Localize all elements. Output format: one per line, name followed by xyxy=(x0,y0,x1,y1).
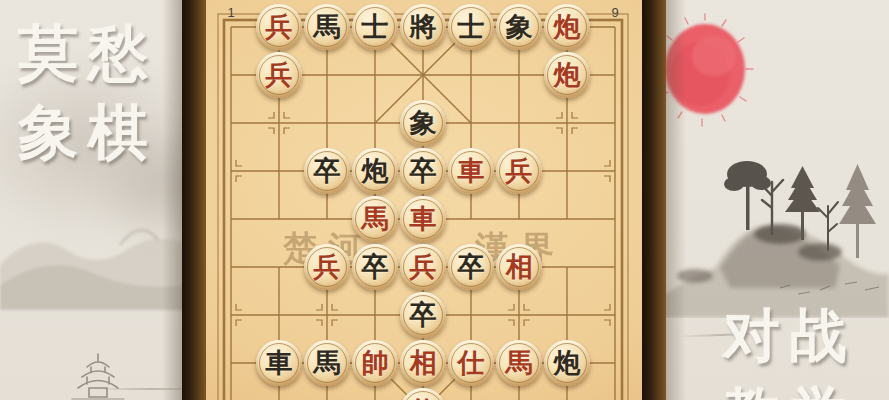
caption-line2: 教学 xyxy=(723,374,857,400)
piece-glyph: 兵 xyxy=(266,61,293,88)
piece-red-advisor[interactable]: 仕 xyxy=(448,340,494,386)
piece-red-chariot[interactable]: 車 xyxy=(400,196,446,242)
piece-glyph: 相 xyxy=(410,349,437,376)
piece-glyph: 炮 xyxy=(554,349,581,376)
piece-glyph: 仕 xyxy=(410,397,437,400)
piece-black-soldier[interactable]: 卒 xyxy=(448,244,494,290)
app-title-line1: 莫愁 xyxy=(18,14,158,93)
piece-glyph: 卒 xyxy=(410,157,437,184)
piece-black-soldier[interactable]: 卒 xyxy=(304,148,350,194)
piece-red-horse[interactable]: 馬 xyxy=(496,340,542,386)
piece-black-soldier[interactable]: 卒 xyxy=(400,148,446,194)
piece-black-horse[interactable]: 馬 xyxy=(304,340,350,386)
piece-black-horse[interactable]: 馬 xyxy=(304,4,350,50)
piece-glyph: 馬 xyxy=(314,13,341,40)
app-title: 莫愁 象棋 xyxy=(18,14,158,172)
piece-red-advisor[interactable]: 仕 xyxy=(400,388,446,400)
piece-glyph: 卒 xyxy=(410,301,437,328)
piece-glyph: 卒 xyxy=(362,253,389,280)
piece-red-general[interactable]: 帥 xyxy=(352,340,398,386)
piece-glyph: 馬 xyxy=(314,349,341,376)
piece-black-advisor[interactable]: 士 xyxy=(448,4,494,50)
piece-glyph: 炮 xyxy=(554,61,581,88)
piece-glyph: 車 xyxy=(458,157,485,184)
piece-black-elephant[interactable]: 象 xyxy=(400,100,446,146)
piece-glyph: 兵 xyxy=(266,13,293,40)
piece-red-soldier[interactable]: 兵 xyxy=(256,52,302,98)
piece-red-cannon[interactable]: 炮 xyxy=(544,52,590,98)
piece-red-elephant[interactable]: 相 xyxy=(400,340,446,386)
piece-glyph: 卒 xyxy=(314,157,341,184)
piece-glyph: 炮 xyxy=(362,157,389,184)
piece-black-elephant[interactable]: 象 xyxy=(496,4,542,50)
piece-glyph: 車 xyxy=(266,349,293,376)
app-title-line2: 象棋 xyxy=(18,93,158,172)
piece-glyph: 兵 xyxy=(506,157,533,184)
piece-black-cannon[interactable]: 炮 xyxy=(544,340,590,386)
piece-glyph: 仕 xyxy=(458,349,485,376)
piece-glyph: 卒 xyxy=(458,253,485,280)
ink-hill-with-trees xyxy=(660,148,889,318)
piece-glyph: 車 xyxy=(410,205,437,232)
piece-red-soldier[interactable]: 兵 xyxy=(496,148,542,194)
piece-glyph: 馬 xyxy=(506,349,533,376)
caption-versus-teaching: 对战 教学 xyxy=(723,296,857,400)
piece-glyph: 相 xyxy=(506,253,533,280)
caption-line1: 对战 xyxy=(723,296,857,374)
piece-red-elephant[interactable]: 相 xyxy=(496,244,542,290)
piece-glyph: 士 xyxy=(362,13,389,40)
piece-black-cannon[interactable]: 炮 xyxy=(352,148,398,194)
piece-glyph: 馬 xyxy=(362,205,389,232)
piece-glyph: 士 xyxy=(458,13,485,40)
xiangqi-board[interactable]: 123456789楚河漢界 兵馬士將士象炮兵炮象卒炮卒車兵馬車兵卒兵卒相卒車馬帥… xyxy=(182,0,666,400)
piece-glyph: 象 xyxy=(506,13,533,40)
board-edge-shadow xyxy=(162,0,182,400)
piece-glyph: 兵 xyxy=(410,253,437,280)
piece-red-chariot[interactable]: 車 xyxy=(448,148,494,194)
piece-red-soldier[interactable]: 兵 xyxy=(256,4,302,50)
piece-black-advisor[interactable]: 士 xyxy=(352,4,398,50)
piece-glyph: 將 xyxy=(410,13,437,40)
piece-black-general[interactable]: 將 xyxy=(400,4,446,50)
pieces-layer: 兵馬士將士象炮兵炮象卒炮卒車兵馬車兵卒兵卒相卒車馬帥相仕馬炮仕 xyxy=(182,0,666,400)
piece-glyph: 帥 xyxy=(362,349,389,376)
app-screen: 莫愁 象棋 xyxy=(0,0,889,400)
piece-glyph: 兵 xyxy=(314,253,341,280)
pagoda-icon xyxy=(68,352,128,400)
piece-black-soldier[interactable]: 卒 xyxy=(352,244,398,290)
piece-black-soldier[interactable]: 卒 xyxy=(400,292,446,338)
piece-glyph: 炮 xyxy=(554,13,581,40)
piece-red-soldier[interactable]: 兵 xyxy=(304,244,350,290)
piece-red-horse[interactable]: 馬 xyxy=(352,196,398,242)
piece-glyph: 象 xyxy=(410,109,437,136)
piece-red-cannon[interactable]: 炮 xyxy=(544,4,590,50)
piece-red-soldier[interactable]: 兵 xyxy=(400,244,446,290)
piece-black-chariot[interactable]: 車 xyxy=(256,340,302,386)
board-edge-shadow xyxy=(666,0,686,400)
